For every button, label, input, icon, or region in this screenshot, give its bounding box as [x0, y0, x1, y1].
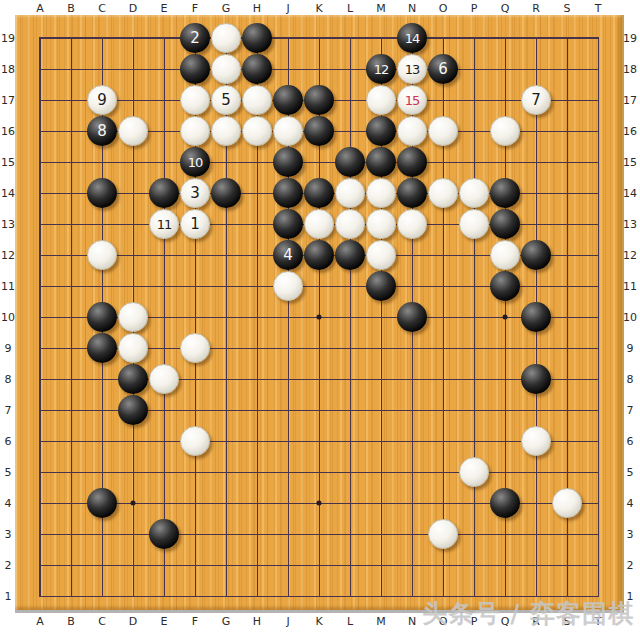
stone-N18: 13	[397, 54, 427, 84]
stone-M11	[366, 271, 396, 301]
coord-label: L	[347, 615, 353, 628]
coord-label: 9	[627, 342, 634, 355]
coord-label: 3	[627, 528, 634, 541]
stone-D16	[118, 116, 148, 146]
stone-F15: 10	[180, 147, 210, 177]
stone-E8	[149, 364, 179, 394]
move-number: 15	[405, 94, 420, 107]
stone-N17: 15	[397, 85, 427, 115]
stone-H16	[242, 116, 272, 146]
stone-M13	[366, 209, 396, 239]
move-number: 11	[157, 218, 172, 231]
coord-label: 9	[5, 342, 12, 355]
coord-label: 5	[627, 466, 634, 479]
move-number: 6	[438, 62, 448, 77]
stone-G14	[211, 178, 241, 208]
coord-label: 18	[623, 63, 637, 76]
coord-label: G	[222, 615, 231, 628]
stone-C17: 9	[87, 85, 117, 115]
coord-label: 4	[627, 497, 634, 510]
coord-label: 18	[1, 63, 15, 76]
coord-label: B	[67, 2, 75, 15]
stone-L13	[335, 209, 365, 239]
move-number: 2	[190, 31, 200, 46]
stone-M12	[366, 240, 396, 270]
coord-label: 2	[5, 559, 12, 572]
stone-M18: 12	[366, 54, 396, 84]
coord-label: R	[532, 2, 540, 15]
stone-D9	[118, 333, 148, 363]
coord-label: F	[192, 615, 198, 628]
coord-label: N	[408, 615, 416, 628]
coord-label: 1	[5, 590, 12, 603]
coord-label: F	[192, 2, 198, 15]
coord-label: H	[253, 2, 261, 15]
stone-C14	[87, 178, 117, 208]
stone-J15	[273, 147, 303, 177]
stone-J13	[273, 209, 303, 239]
coord-label: C	[98, 615, 106, 628]
coord-label: A	[36, 615, 44, 628]
coord-label: Q	[501, 2, 510, 15]
stone-R6	[521, 426, 551, 456]
coord-label: 11	[623, 280, 637, 293]
coord-label: 14	[1, 187, 15, 200]
stone-C16: 8	[87, 116, 117, 146]
stone-O18: 6	[428, 54, 458, 84]
stone-D8	[118, 364, 148, 394]
move-number: 7	[531, 93, 541, 108]
stone-Q16	[490, 116, 520, 146]
stone-M14	[366, 178, 396, 208]
coord-label: S	[564, 2, 571, 15]
coord-label: L	[347, 2, 353, 15]
coord-label: D	[129, 615, 137, 628]
star-point	[317, 501, 322, 506]
stone-M16	[366, 116, 396, 146]
star-point	[131, 501, 136, 506]
coord-label: H	[253, 615, 261, 628]
stone-Q12	[490, 240, 520, 270]
stone-O3	[428, 519, 458, 549]
stone-F19: 2	[180, 23, 210, 53]
stone-D10	[118, 302, 148, 332]
stone-K13	[304, 209, 334, 239]
move-number: 12	[374, 63, 389, 76]
stone-P13	[459, 209, 489, 239]
stone-M15	[366, 147, 396, 177]
coord-label: 8	[5, 373, 12, 386]
coord-label: 12	[1, 249, 15, 262]
coord-label: 14	[623, 187, 637, 200]
stone-N13	[397, 209, 427, 239]
stone-Q4	[490, 488, 520, 518]
coord-label: E	[161, 615, 168, 628]
coord-label: 3	[5, 528, 12, 541]
stone-J17	[273, 85, 303, 115]
stone-S4	[552, 488, 582, 518]
coord-label: 7	[5, 404, 12, 417]
coord-label: 16	[623, 125, 637, 138]
coord-label: 10	[623, 311, 637, 324]
coord-label: 13	[1, 218, 15, 231]
stone-Q11	[490, 271, 520, 301]
coord-label: 17	[1, 94, 15, 107]
stone-P5	[459, 457, 489, 487]
stone-R10	[521, 302, 551, 332]
coord-label: 10	[1, 311, 15, 324]
stone-E13: 11	[149, 209, 179, 239]
coord-label: K	[315, 2, 322, 15]
board-layer: AABBCCDDEEFFGGHHJJKKLLMMNNOOPPQQRRSSTT19…	[0, 0, 640, 635]
coord-label: 7	[627, 404, 634, 417]
stone-O14	[428, 178, 458, 208]
stone-J12: 4	[273, 240, 303, 270]
stone-G16	[211, 116, 241, 146]
stone-J11	[273, 271, 303, 301]
stone-H19	[242, 23, 272, 53]
stone-C12	[87, 240, 117, 270]
coord-label: A	[36, 2, 44, 15]
stone-E3	[149, 519, 179, 549]
stone-K17	[304, 85, 334, 115]
stone-G17: 5	[211, 85, 241, 115]
coord-label: 6	[627, 435, 634, 448]
stone-K16	[304, 116, 334, 146]
stone-Q13	[490, 209, 520, 239]
stone-C9	[87, 333, 117, 363]
coord-label: 15	[1, 156, 15, 169]
coord-label: O	[439, 2, 448, 15]
stone-N10	[397, 302, 427, 332]
stone-R12	[521, 240, 551, 270]
stone-L14	[335, 178, 365, 208]
move-number: 14	[405, 32, 420, 45]
move-number: 10	[188, 156, 203, 169]
stone-F14: 3	[180, 178, 210, 208]
stone-P14	[459, 178, 489, 208]
coord-label: C	[98, 2, 106, 15]
coord-label: N	[408, 2, 416, 15]
stone-N19: 14	[397, 23, 427, 53]
coord-label: M	[376, 2, 386, 15]
move-number: 13	[405, 63, 420, 76]
move-number: 8	[97, 124, 107, 139]
stone-C4	[87, 488, 117, 518]
coord-label: 15	[623, 156, 637, 169]
coord-label: 19	[1, 32, 15, 45]
stone-O16	[428, 116, 458, 146]
stone-F13: 1	[180, 209, 210, 239]
stone-N16	[397, 116, 427, 146]
move-number: 9	[97, 93, 107, 108]
stone-G18	[211, 54, 241, 84]
stone-R17: 7	[521, 85, 551, 115]
stone-J14	[273, 178, 303, 208]
coord-label: M	[376, 615, 386, 628]
coord-label: 6	[5, 435, 12, 448]
stone-N15	[397, 147, 427, 177]
stone-R8	[521, 364, 551, 394]
stone-F18	[180, 54, 210, 84]
move-number: 3	[190, 186, 200, 201]
coord-label: 2	[627, 559, 634, 572]
stone-J16	[273, 116, 303, 146]
coord-label: 8	[627, 373, 634, 386]
stone-F17	[180, 85, 210, 115]
star-point	[317, 315, 322, 320]
coord-label: P	[471, 2, 478, 15]
stone-E14	[149, 178, 179, 208]
coord-label: J	[286, 615, 289, 628]
coord-label: 13	[623, 218, 637, 231]
stone-D7	[118, 395, 148, 425]
stone-L12	[335, 240, 365, 270]
coord-label: D	[129, 2, 137, 15]
coord-label: 16	[1, 125, 15, 138]
stone-M17	[366, 85, 396, 115]
move-number: 4	[283, 248, 293, 263]
coord-label: 17	[623, 94, 637, 107]
coord-label: 19	[623, 32, 637, 45]
stone-F16	[180, 116, 210, 146]
coord-label: B	[67, 615, 75, 628]
stone-F6	[180, 426, 210, 456]
coord-label: K	[315, 615, 322, 628]
stone-G19	[211, 23, 241, 53]
coord-label: 12	[623, 249, 637, 262]
stone-K12	[304, 240, 334, 270]
coord-label: T	[595, 2, 602, 15]
stone-H17	[242, 85, 272, 115]
coord-label: 11	[1, 280, 15, 293]
stone-H18	[242, 54, 272, 84]
coord-label: 4	[5, 497, 12, 510]
stone-L15	[335, 147, 365, 177]
coord-label: E	[161, 2, 168, 15]
watermark: 头条号 / 弈客围棋	[422, 597, 634, 630]
stone-K14	[304, 178, 334, 208]
stone-N14	[397, 178, 427, 208]
star-point	[503, 315, 508, 320]
move-number: 5	[221, 93, 231, 108]
move-number: 1	[190, 217, 200, 232]
go-diagram: AABBCCDDEEFFGGHHJJKKLLMMNNOOPPQQRRSSTT19…	[0, 0, 640, 635]
coord-label: J	[286, 2, 289, 15]
coord-label: G	[222, 2, 231, 15]
stone-F9	[180, 333, 210, 363]
stone-Q14	[490, 178, 520, 208]
coord-label: 5	[5, 466, 12, 479]
stone-C10	[87, 302, 117, 332]
